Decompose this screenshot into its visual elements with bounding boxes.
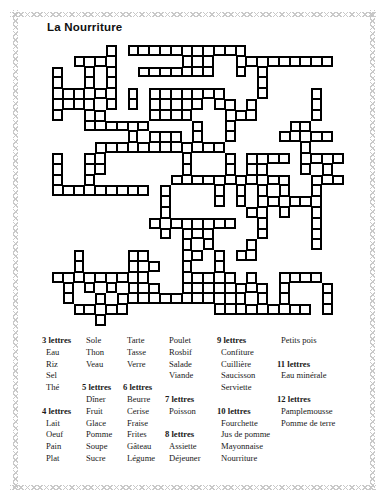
word-list-item: Poisson [165, 406, 201, 418]
grid-cell[interactable] [171, 142, 182, 153]
grid-cell[interactable] [160, 293, 171, 304]
grid-cell[interactable] [246, 56, 257, 67]
grid-cell[interactable] [236, 110, 247, 121]
grid-cell[interactable] [311, 88, 322, 99]
grid-cell[interactable] [117, 185, 128, 196]
grid-cell[interactable] [225, 121, 236, 132]
grid-cell[interactable] [246, 99, 257, 110]
grid-cell[interactable] [52, 88, 63, 99]
grid-cell[interactable] [171, 131, 182, 142]
grid-cell[interactable] [246, 153, 257, 164]
grid-cell[interactable] [171, 67, 182, 78]
grid-cell[interactable] [311, 196, 322, 207]
grid-cell[interactable] [203, 272, 214, 283]
grid-cell[interactable] [84, 121, 95, 132]
grid-cell[interactable] [95, 153, 106, 164]
word-list-item: Déjeuner [165, 453, 201, 465]
grid-cell[interactable] [182, 239, 193, 250]
grid-cell[interactable] [300, 131, 311, 142]
grid-cell[interactable] [106, 99, 117, 110]
grid-cell[interactable] [149, 283, 160, 294]
grid-cell[interactable] [182, 229, 193, 240]
grid-cell[interactable] [106, 88, 117, 99]
grid-cell[interactable] [160, 218, 171, 229]
grid-cell[interactable] [138, 45, 149, 56]
word-list-item [165, 418, 201, 430]
grid-cell[interactable] [290, 56, 301, 67]
grid-cell[interactable] [192, 45, 203, 56]
grid-cell[interactable] [257, 207, 268, 218]
grid-cell[interactable] [160, 196, 171, 207]
grid-cell[interactable] [290, 196, 301, 207]
grid-cell[interactable] [149, 293, 160, 304]
grid-cell[interactable] [192, 218, 203, 229]
grid-cell[interactable] [192, 131, 203, 142]
grid-cell[interactable] [117, 293, 128, 304]
grid-cell[interactable] [117, 121, 128, 132]
grid-cell[interactable] [171, 175, 182, 186]
grid-cell[interactable] [63, 272, 74, 283]
grid-cell[interactable] [160, 88, 171, 99]
grid-cell[interactable] [236, 67, 247, 78]
grid-cell[interactable] [192, 272, 203, 283]
grid-cell[interactable] [128, 293, 139, 304]
grid-cell[interactable] [128, 142, 139, 153]
grid-cell[interactable] [214, 196, 225, 207]
grid-cell[interactable] [138, 142, 149, 153]
grid-cell[interactable] [225, 131, 236, 142]
grid-cell[interactable] [182, 56, 193, 67]
grid-cell[interactable] [279, 185, 290, 196]
grid-cell[interactable] [182, 99, 193, 110]
grid-cell[interactable] [290, 272, 301, 283]
grid-cell[interactable] [203, 88, 214, 99]
grid-cell[interactable] [268, 196, 279, 207]
grid-cell[interactable] [171, 218, 182, 229]
grid-cell[interactable] [171, 99, 182, 110]
grid-cell[interactable] [84, 99, 95, 110]
grid-cell[interactable] [192, 250, 203, 261]
grid-cell[interactable] [171, 293, 182, 304]
grid-cell[interactable] [117, 272, 128, 283]
grid-cell[interactable] [268, 304, 279, 315]
grid-cell[interactable] [95, 121, 106, 132]
grid-cell[interactable] [95, 110, 106, 121]
grid-cell[interactable] [106, 77, 117, 88]
grid-cell[interactable] [128, 261, 139, 272]
grid-cell[interactable] [106, 185, 117, 196]
grid-cell[interactable] [225, 45, 236, 56]
grid-cell[interactable] [203, 283, 214, 294]
grid-cell[interactable] [214, 142, 225, 153]
grid-cell[interactable] [149, 45, 160, 56]
grid-cell[interactable] [300, 121, 311, 132]
grid-cell[interactable] [52, 164, 63, 175]
grid-cell[interactable] [182, 153, 193, 164]
grid-cell[interactable] [268, 56, 279, 67]
grid-cell[interactable] [84, 304, 95, 315]
grid-cell[interactable] [84, 153, 95, 164]
grid-cell[interactable] [311, 229, 322, 240]
grid-cell[interactable] [236, 283, 247, 294]
grid-cell[interactable] [138, 272, 149, 283]
grid-cell[interactable] [322, 293, 333, 304]
grid-cell[interactable] [192, 67, 203, 78]
grid-cell[interactable] [214, 283, 225, 294]
grid-cell[interactable] [106, 56, 117, 67]
grid-cell[interactable] [192, 293, 203, 304]
grid-cell[interactable] [225, 110, 236, 121]
grid-cell[interactable] [149, 261, 160, 272]
grid-cell[interactable] [182, 67, 193, 78]
grid-cell[interactable] [182, 175, 193, 186]
grid-cell[interactable] [128, 250, 139, 261]
grid-cell[interactable] [52, 110, 63, 121]
grid-cell[interactable] [203, 175, 214, 186]
grid-cell[interactable] [257, 304, 268, 315]
grid-cell[interactable] [322, 175, 333, 186]
grid-cell[interactable] [95, 185, 106, 196]
grid-cell[interactable] [117, 304, 128, 315]
grid-cell[interactable] [182, 164, 193, 175]
grid-cell[interactable] [106, 304, 117, 315]
grid-cell[interactable] [128, 45, 139, 56]
grid-cell[interactable] [192, 229, 203, 240]
word-list-item: Frites [123, 429, 155, 441]
grid-cell[interactable] [290, 121, 301, 132]
grid-cell[interactable] [246, 304, 257, 315]
grid-cell[interactable] [160, 142, 171, 153]
grid-cell[interactable] [106, 45, 117, 56]
grid-cell[interactable] [149, 131, 160, 142]
word-list-column: PouletRosbifSaladeViande7 lettresPoisson… [165, 335, 201, 465]
grid-cell[interactable] [257, 88, 268, 99]
grid-cell[interactable] [257, 283, 268, 294]
grid-cell[interactable] [246, 272, 257, 283]
grid-cell[interactable] [106, 67, 117, 78]
grid-cell[interactable] [203, 229, 214, 240]
grid-cell[interactable] [160, 131, 171, 142]
grid-cell[interactable] [225, 218, 236, 229]
grid-cell[interactable] [257, 218, 268, 229]
grid-cell[interactable] [84, 175, 95, 186]
grid-cell[interactable] [138, 293, 149, 304]
grid-cell[interactable] [214, 250, 225, 261]
grid-cell[interactable] [246, 283, 257, 294]
word-list-item [277, 347, 335, 359]
grid-cell[interactable] [214, 88, 225, 99]
grid-cell[interactable] [95, 272, 106, 283]
grid-cell[interactable] [311, 99, 322, 110]
grid-cell[interactable] [128, 131, 139, 142]
grid-cell[interactable] [236, 175, 247, 186]
grid-cell[interactable] [236, 304, 247, 315]
grid-cell[interactable] [300, 153, 311, 164]
grid-cell[interactable] [192, 142, 203, 153]
grid-cell[interactable] [171, 110, 182, 121]
grid-cell[interactable] [95, 293, 106, 304]
grid-cell[interactable] [84, 272, 95, 283]
grid-cell[interactable] [128, 88, 139, 99]
grid-cell[interactable] [84, 88, 95, 99]
grid-cell[interactable] [257, 153, 268, 164]
grid-cell[interactable] [106, 142, 117, 153]
grid-cell[interactable] [214, 261, 225, 272]
grid-cell[interactable] [257, 196, 268, 207]
grid-cell[interactable] [236, 293, 247, 304]
grid-cell[interactable] [257, 56, 268, 67]
grid-cell[interactable] [128, 272, 139, 283]
grid-cell[interactable] [182, 250, 193, 261]
grid-cell[interactable] [311, 185, 322, 196]
grid-cell[interactable] [160, 229, 171, 240]
grid-cell[interactable] [225, 283, 236, 294]
grid-cell[interactable] [300, 142, 311, 153]
grid-cell[interactable] [300, 272, 311, 283]
grid-cell[interactable] [182, 88, 193, 99]
grid-cell[interactable] [300, 164, 311, 175]
grid-cell[interactable] [225, 175, 236, 186]
grid-cell[interactable] [311, 207, 322, 218]
grid-cell[interactable] [257, 67, 268, 78]
grid-cell[interactable] [203, 142, 214, 153]
grid-cell[interactable] [214, 45, 225, 56]
grid-cell[interactable] [246, 239, 257, 250]
grid-cell[interactable] [214, 293, 225, 304]
grid-cell[interactable] [149, 218, 160, 229]
grid-cell[interactable] [279, 196, 290, 207]
grid-cell[interactable] [279, 131, 290, 142]
grid-cell[interactable] [279, 207, 290, 218]
grid-cell[interactable] [182, 110, 193, 121]
grid-cell[interactable] [95, 142, 106, 153]
grid-cell[interactable] [182, 45, 193, 56]
grid-cell[interactable] [203, 67, 214, 78]
grid-cell[interactable] [138, 121, 149, 132]
grid-cell[interactable] [95, 164, 106, 175]
grid-cell[interactable] [322, 304, 333, 315]
grid-cell[interactable] [300, 304, 311, 315]
word-list-item: Cuillière [217, 359, 270, 371]
grid-cell[interactable] [257, 77, 268, 88]
grid-cell[interactable] [279, 56, 290, 67]
grid-cell[interactable] [63, 293, 74, 304]
grid-cell[interactable] [149, 88, 160, 99]
grid-cell[interactable] [257, 293, 268, 304]
grid-cell[interactable] [52, 272, 63, 283]
grid-cell[interactable] [182, 283, 193, 294]
grid-cell[interactable] [74, 185, 85, 196]
grid-cell[interactable] [192, 56, 203, 67]
grid-cell[interactable] [182, 272, 193, 283]
grid-cell[interactable] [290, 304, 301, 315]
grid-cell[interactable] [279, 272, 290, 283]
grid-cell[interactable] [311, 239, 322, 250]
grid-cell[interactable] [322, 164, 333, 175]
grid-cell[interactable] [171, 88, 182, 99]
grid-cell[interactable] [236, 250, 247, 261]
grid-cell[interactable] [322, 153, 333, 164]
grid-cell[interactable] [182, 218, 193, 229]
grid-cell[interactable] [268, 175, 279, 186]
grid-cell[interactable] [203, 45, 214, 56]
grid-cell[interactable] [106, 272, 117, 283]
grid-cell[interactable] [279, 283, 290, 294]
grid-cell[interactable] [214, 99, 225, 110]
grid-cell[interactable] [160, 110, 171, 121]
grid-cell[interactable] [300, 196, 311, 207]
grid-cell[interactable] [214, 175, 225, 186]
grid-cell[interactable] [333, 153, 344, 164]
grid-cell[interactable] [300, 56, 311, 67]
word-list-item: Rosbif [165, 347, 201, 359]
grid-cell[interactable] [279, 293, 290, 304]
grid-cell[interactable] [192, 121, 203, 132]
grid-cell[interactable] [160, 67, 171, 78]
grid-cell[interactable] [257, 164, 268, 175]
grid-cell[interactable] [257, 185, 268, 196]
grid-cell[interactable] [311, 56, 322, 67]
grid-cell[interactable] [160, 99, 171, 110]
grid-cell[interactable] [84, 185, 95, 196]
grid-cell[interactable] [246, 164, 257, 175]
grid-cell[interactable] [63, 283, 74, 294]
grid-cell[interactable] [257, 175, 268, 186]
grid-cell[interactable] [192, 88, 203, 99]
grid-cell[interactable] [203, 56, 214, 67]
grid-cell[interactable] [246, 250, 257, 261]
grid-cell[interactable] [246, 175, 257, 186]
grid-cell[interactable] [117, 142, 128, 153]
grid-cell[interactable] [74, 88, 85, 99]
grid-cell[interactable] [257, 229, 268, 240]
grid-cell[interactable] [268, 153, 279, 164]
grid-cell[interactable] [95, 88, 106, 99]
grid-cell[interactable] [95, 315, 106, 326]
grid-cell[interactable] [149, 110, 160, 121]
word-list-item: Confiture [217, 347, 270, 359]
grid-cell[interactable] [322, 131, 333, 142]
grid-cell[interactable] [311, 153, 322, 164]
grid-cell[interactable] [52, 175, 63, 186]
grid-cell[interactable] [84, 56, 95, 67]
grid-cell[interactable] [52, 153, 63, 164]
grid-cell[interactable] [182, 261, 193, 272]
grid-cell[interactable] [171, 45, 182, 56]
grid-cell[interactable] [236, 196, 247, 207]
grid-cell[interactable] [214, 304, 225, 315]
grid-cell[interactable] [322, 56, 333, 67]
grid-cell[interactable] [84, 110, 95, 121]
grid-cell[interactable] [225, 272, 236, 283]
grid-cell[interactable] [138, 261, 149, 272]
grid-cell[interactable] [225, 304, 236, 315]
grid-cell[interactable] [333, 175, 344, 186]
grid-cell[interactable] [128, 121, 139, 132]
grid-cell[interactable] [182, 293, 193, 304]
grid-cell[interactable] [74, 56, 85, 67]
grid-cell[interactable] [192, 175, 203, 186]
grid-cell[interactable] [149, 99, 160, 110]
grid-cell[interactable] [203, 218, 214, 229]
grid-cell[interactable] [63, 88, 74, 99]
grid-cell[interactable] [246, 110, 257, 121]
grid-cell[interactable] [84, 164, 95, 175]
grid-cell[interactable] [214, 218, 225, 229]
grid-cell[interactable] [160, 45, 171, 56]
grid-cell[interactable] [203, 239, 214, 250]
grid-cell[interactable] [138, 185, 149, 196]
grid-cell[interactable] [214, 272, 225, 283]
grid-cell[interactable] [74, 272, 85, 283]
grid-cell[interactable] [192, 283, 203, 294]
grid-cell[interactable] [203, 293, 214, 304]
grid-cell[interactable] [246, 207, 257, 218]
grid-cell[interactable] [63, 99, 74, 110]
grid-cell[interactable] [225, 99, 236, 110]
grid-cell[interactable] [214, 185, 225, 196]
grid-cell[interactable] [128, 185, 139, 196]
grid-cell[interactable] [225, 153, 236, 164]
grid-cell[interactable] [311, 272, 322, 283]
grid-cell[interactable] [74, 261, 85, 272]
grid-cell[interactable] [279, 153, 290, 164]
grid-cell[interactable] [138, 283, 149, 294]
grid-cell[interactable] [279, 175, 290, 186]
grid-cell[interactable] [106, 283, 117, 294]
grid-cell[interactable] [192, 99, 203, 110]
grid-cell[interactable] [128, 283, 139, 294]
word-list-item [217, 394, 270, 406]
grid-cell[interactable] [63, 185, 74, 196]
grid-cell[interactable] [74, 250, 85, 261]
grid-cell[interactable] [74, 99, 85, 110]
grid-cell[interactable] [128, 99, 139, 110]
grid-cell[interactable] [311, 110, 322, 121]
grid-cell[interactable] [138, 67, 149, 78]
grid-cell[interactable] [311, 218, 322, 229]
grid-cell[interactable] [322, 283, 333, 294]
grid-cell[interactable] [290, 131, 301, 142]
grid-cell[interactable] [225, 293, 236, 304]
grid-cell[interactable] [106, 121, 117, 132]
grid-cell[interactable] [311, 175, 322, 186]
grid-cell[interactable] [74, 304, 85, 315]
page-border-top [10, 12, 376, 17]
grid-cell[interactable] [160, 207, 171, 218]
grid-cell[interactable] [149, 67, 160, 78]
grid-cell[interactable] [160, 185, 171, 196]
grid-cell[interactable] [52, 185, 63, 196]
grid-cell[interactable] [236, 185, 247, 196]
grid-cell[interactable] [236, 56, 247, 67]
grid-cell[interactable] [52, 99, 63, 110]
grid-cell[interactable] [95, 304, 106, 315]
grid-cell[interactable] [279, 304, 290, 315]
grid-cell[interactable] [138, 250, 149, 261]
grid-cell[interactable] [84, 283, 95, 294]
grid-cell[interactable] [95, 56, 106, 67]
grid-cell[interactable] [311, 131, 322, 142]
grid-cell[interactable] [84, 77, 95, 88]
grid-cell[interactable] [84, 67, 95, 78]
grid-cell[interactable] [149, 142, 160, 153]
grid-cell[interactable] [182, 142, 193, 153]
grid-cell[interactable] [52, 67, 63, 78]
grid-cell[interactable] [52, 77, 63, 88]
grid-cell[interactable] [225, 164, 236, 175]
grid-cell[interactable] [236, 45, 247, 56]
